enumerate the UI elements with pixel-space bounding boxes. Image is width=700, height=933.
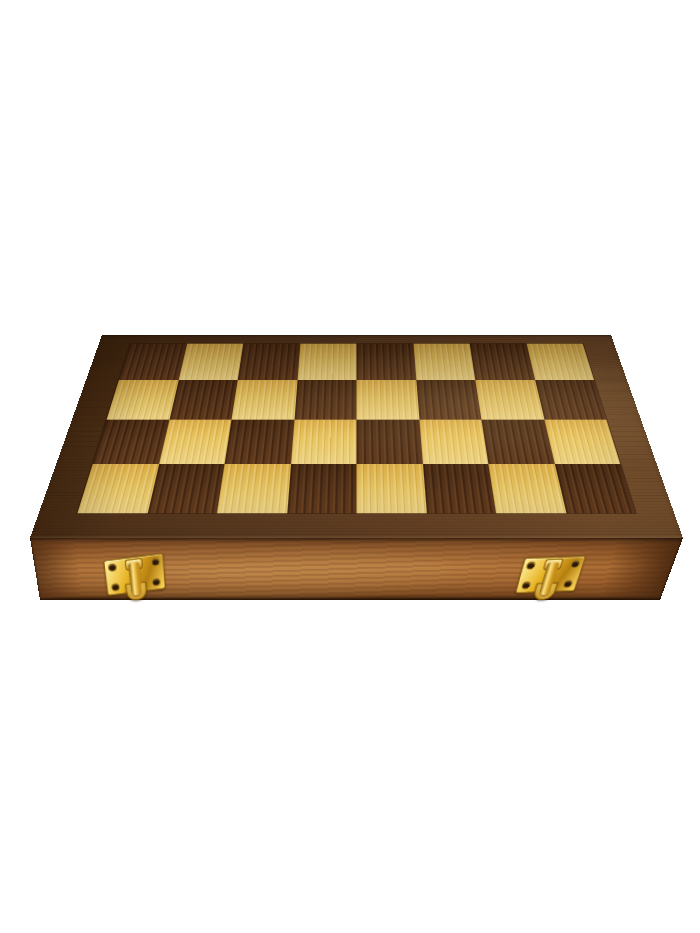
board-square-r1-c1 xyxy=(169,380,238,420)
board-square-r1-c6 xyxy=(475,380,544,420)
product-photo-canvas xyxy=(0,0,700,933)
board-square-r3-c4 xyxy=(356,464,426,513)
board-square-r1-c0 xyxy=(107,380,179,420)
board-square-r2-c0 xyxy=(93,420,169,464)
board-square-r0-c7 xyxy=(526,344,594,380)
board-square-r0-c3 xyxy=(297,344,356,380)
board-square-r1-c7 xyxy=(535,380,607,420)
board-square-r2-c7 xyxy=(544,420,620,464)
chessboard-grid xyxy=(77,344,635,514)
board-square-r2-c5 xyxy=(419,420,488,464)
board-square-r1-c5 xyxy=(416,380,482,420)
board-square-r0-c0 xyxy=(119,344,187,380)
board-square-r0-c4 xyxy=(356,344,415,380)
box-front-face xyxy=(30,538,683,600)
board-square-r2-c2 xyxy=(225,420,294,464)
brass-latch-right xyxy=(515,556,587,594)
board-square-r3-c3 xyxy=(287,464,357,513)
board-square-r0-c1 xyxy=(178,344,243,380)
board-square-r3-c6 xyxy=(488,464,566,513)
board-square-r1-c3 xyxy=(294,380,356,420)
board-square-r0-c2 xyxy=(238,344,300,380)
board-square-r3-c0 xyxy=(77,464,158,513)
board-square-r2-c4 xyxy=(356,420,422,464)
board-square-r3-c7 xyxy=(554,464,635,513)
board-square-r0-c6 xyxy=(470,344,535,380)
board-square-r0-c5 xyxy=(413,344,475,380)
board-square-r1-c2 xyxy=(232,380,298,420)
brass-latch-left xyxy=(103,553,166,596)
board-square-r2-c1 xyxy=(159,420,232,464)
board-square-r2-c6 xyxy=(481,420,554,464)
board-square-r3-c1 xyxy=(147,464,225,513)
board-square-r3-c2 xyxy=(217,464,291,513)
board-square-r2-c3 xyxy=(291,420,357,464)
board-square-r1-c4 xyxy=(356,380,418,420)
board-square-r3-c5 xyxy=(422,464,496,513)
box-top-face xyxy=(30,335,683,538)
